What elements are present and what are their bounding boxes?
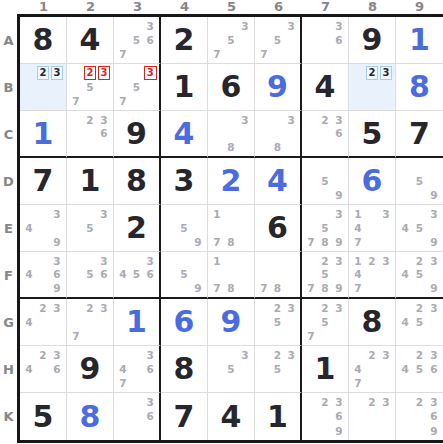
cell-F5[interactable]: 178 [208, 252, 255, 299]
candidate-slot-2 [83, 207, 97, 221]
cell-H8[interactable]: 2347 [349, 346, 396, 393]
given-digit: 1 [80, 166, 101, 196]
solved-digit: 9 [267, 72, 288, 102]
candidate-slot-7 [69, 235, 83, 249]
candidate-slot-8: 8 [318, 235, 332, 249]
cell-A3[interactable]: 3567 [114, 17, 161, 64]
candidate-2: 2 [368, 256, 375, 267]
candidate-3: 3 [288, 115, 295, 126]
candidate-slot-4 [163, 268, 177, 282]
column-label-8: 8 [349, 0, 396, 14]
candidate-slot-9 [332, 140, 346, 154]
candidate-slot-8 [83, 94, 97, 108]
candidates-grid: 1347 [349, 205, 395, 251]
candidate-slot-5 [224, 268, 238, 282]
candidate-9: 9 [430, 426, 437, 437]
candidate-slot-1 [257, 348, 271, 362]
candidate-slot-6: 6 [143, 362, 157, 376]
cell-C5[interactable]: 38 [208, 111, 255, 158]
candidate-slot-5 [365, 80, 379, 94]
cell-H5[interactable]: 35 [208, 346, 255, 393]
candidate-slot-6 [50, 315, 64, 329]
cell-G7[interactable]: 2357 [302, 299, 349, 346]
candidate-9: 9 [53, 283, 60, 294]
row-label-D: D [0, 158, 17, 205]
candidate-slot-6 [379, 80, 393, 94]
cell-H3[interactable]: 3467 [114, 346, 161, 393]
candidate-slot-5: 5 [271, 315, 285, 329]
candidate-5: 5 [416, 317, 423, 328]
candidate-4: 4 [354, 223, 361, 234]
candidate-5: 5 [416, 176, 423, 187]
candidates-grid: 2345 [396, 299, 443, 345]
cell-B2[interactable]: 2357 [67, 64, 114, 111]
candidate-slot-2 [130, 395, 144, 409]
candidate-slot-2 [224, 19, 238, 33]
candidates-grid: 35 [208, 346, 254, 392]
cell-K5[interactable]: 4 [208, 393, 255, 440]
candidate-slot-2 [83, 254, 97, 268]
candidate-slot-6 [238, 127, 252, 141]
cell-B9[interactable]: 8 [396, 64, 443, 111]
cell-B4[interactable]: 1 [161, 64, 208, 111]
cell-D6[interactable]: 4 [255, 158, 302, 205]
cell-F3[interactable]: 3456 [114, 252, 161, 299]
candidate-6: 6 [147, 269, 154, 280]
candidate-slot-5 [36, 362, 50, 376]
candidate-slot-9: 9 [332, 188, 346, 202]
candidate-slot-8 [318, 329, 332, 343]
candidate-8: 8 [321, 237, 328, 248]
candidate-7: 7 [307, 237, 314, 248]
candidate-2: 2 [416, 397, 423, 408]
candidate-slot-4 [257, 33, 271, 47]
candidate-3: 3 [382, 256, 389, 267]
cell-A7[interactable]: 36 [302, 17, 349, 64]
candidate-slot-4: 4 [351, 268, 365, 282]
cell-A1[interactable]: 8 [20, 17, 67, 64]
candidate-slot-4 [210, 221, 224, 235]
candidate-slot-4: 4 [22, 362, 36, 376]
candidate-slot-7: 7 [351, 235, 365, 249]
cell-E6[interactable]: 6 [255, 205, 302, 252]
column-label-6: 6 [255, 0, 302, 14]
candidate-slot-7 [398, 424, 412, 438]
candidates-grid: 236 [302, 111, 348, 156]
candidate-slot-7 [69, 140, 83, 154]
cell-B7[interactable]: 4 [302, 64, 349, 111]
candidate-slot-3: 3 [97, 301, 111, 315]
candidate-slot-3: 3 [50, 348, 64, 362]
cell-G1[interactable]: 234 [20, 299, 67, 346]
candidate-slot-1 [116, 348, 130, 362]
cell-C3[interactable]: 9 [114, 111, 161, 158]
candidate-slot-4 [257, 315, 271, 329]
candidate-3: 3 [288, 303, 295, 314]
candidate-slot-4: 4 [116, 268, 130, 282]
candidate-slot-2: 2 [412, 301, 426, 315]
candidates-grid: 23459 [396, 252, 443, 297]
cell-D1[interactable]: 7 [20, 158, 67, 205]
candidate-5: 5 [180, 269, 187, 280]
given-digit: 2 [126, 213, 147, 243]
candidate-3: 3 [98, 66, 111, 80]
candidate-7: 7 [213, 49, 220, 60]
cell-D7[interactable]: 59 [302, 158, 349, 205]
candidate-slot-6 [50, 80, 64, 94]
cell-B5[interactable]: 6 [208, 64, 255, 111]
cell-E8[interactable]: 1347 [349, 205, 396, 252]
cell-K2[interactable]: 8 [67, 393, 114, 440]
candidate-slot-9 [97, 140, 111, 154]
cell-C1[interactable]: 1 [20, 111, 67, 158]
solved-digit: 6 [362, 166, 383, 196]
candidate-slot-9: 9 [191, 281, 205, 295]
cell-A5[interactable]: 357 [208, 17, 255, 64]
cell-G6[interactable]: 235 [255, 299, 302, 346]
candidate-2: 2 [86, 115, 93, 126]
candidates-grid: 3469 [20, 252, 66, 297]
cell-D9[interactable]: 59 [396, 158, 443, 205]
candidate-slot-2 [130, 348, 144, 362]
candidate-slot-4 [398, 409, 412, 423]
candidate-4: 4 [25, 317, 32, 328]
candidate-slot-8 [36, 94, 50, 108]
cell-D8[interactable]: 6 [349, 158, 396, 205]
candidates-grid: 35 [67, 205, 113, 251]
cell-C8[interactable]: 5 [349, 111, 396, 158]
candidate-slot-8 [130, 281, 144, 295]
candidate-slot-3: 3 [238, 113, 252, 127]
candidate-slot-2 [365, 207, 379, 221]
candidate-slot-5 [130, 362, 144, 376]
candidate-slot-7 [257, 140, 271, 154]
candidates-grid: 23 [349, 393, 395, 440]
cell-H4[interactable]: 8 [161, 346, 208, 393]
candidate-slot-4 [257, 362, 271, 376]
candidate-slot-1 [304, 19, 318, 33]
cell-C6[interactable]: 38 [255, 111, 302, 158]
candidate-slot-5: 5 [412, 174, 426, 188]
cell-C7[interactable]: 236 [302, 111, 349, 158]
candidate-slot-5: 5 [177, 268, 191, 282]
candidate-slot-3 [284, 254, 298, 268]
candidate-slot-3: 3 [427, 395, 441, 409]
candidate-slot-6: 6 [50, 362, 64, 376]
candidate-slot-8 [365, 281, 379, 295]
candidate-slot-8 [365, 235, 379, 249]
cell-G5[interactable]: 9 [208, 299, 255, 346]
cell-E9[interactable]: 3459 [396, 205, 443, 252]
cell-H1[interactable]: 2346 [20, 346, 67, 393]
candidates-grid: 59 [161, 252, 207, 297]
candidate-slot-9 [379, 94, 393, 108]
candidate-slot-1 [257, 301, 271, 315]
candidate-slot-7 [398, 329, 412, 343]
candidate-slot-9 [379, 235, 393, 249]
candidate-slot-4 [69, 315, 83, 329]
cell-F2[interactable]: 356 [67, 252, 114, 299]
candidates-grid: 234 [20, 299, 66, 345]
candidate-slot-2: 2 [412, 254, 426, 268]
candidate-slot-2 [271, 19, 285, 33]
candidate-slot-2 [318, 207, 332, 221]
candidate-slot-8 [412, 188, 426, 202]
cell-A8[interactable]: 9 [349, 17, 396, 64]
cell-H7[interactable]: 1 [302, 346, 349, 393]
candidate-slot-2 [224, 254, 238, 268]
candidate-6: 6 [147, 411, 154, 422]
candidates-grid: 23 [349, 64, 395, 110]
cell-K9[interactable]: 2369 [396, 393, 443, 440]
candidates-grid: 178 [208, 205, 254, 251]
candidate-slot-3: 3 [50, 207, 64, 221]
candidate-slot-5: 5 [83, 268, 97, 282]
cell-A4[interactable]: 2 [161, 17, 208, 64]
candidates-grid: 23456 [396, 346, 443, 392]
solved-digit: 2 [221, 166, 242, 196]
column-label-3: 3 [114, 0, 161, 14]
candidate-slot-8 [412, 235, 426, 249]
given-digit: 4 [315, 72, 336, 102]
candidate-8: 8 [227, 283, 234, 294]
cell-F7[interactable]: 235789 [302, 252, 349, 299]
cell-A2[interactable]: 4 [67, 17, 114, 64]
cell-F8[interactable]: 12347 [349, 252, 396, 299]
candidate-slot-3: 3 [97, 207, 111, 221]
candidate-slot-9 [284, 281, 298, 295]
candidate-slot-5: 5 [318, 268, 332, 282]
candidate-slot-6 [238, 362, 252, 376]
given-digit: 1 [174, 72, 195, 102]
given-digit: 6 [221, 72, 242, 102]
cell-D5[interactable]: 2 [208, 158, 255, 205]
candidate-slot-8 [36, 235, 50, 249]
candidate-slot-5 [224, 221, 238, 235]
cell-B6[interactable]: 9 [255, 64, 302, 111]
candidate-slot-1 [69, 66, 83, 80]
candidate-5: 5 [86, 223, 93, 234]
candidate-slot-4 [116, 409, 130, 423]
cell-C4[interactable]: 4 [161, 111, 208, 158]
cell-G4[interactable]: 6 [161, 299, 208, 346]
given-digit: 1 [315, 354, 336, 384]
candidate-3: 3 [382, 350, 389, 361]
candidate-slot-2 [130, 254, 144, 268]
candidate-7: 7 [354, 378, 361, 389]
candidates-grid: 357 [208, 17, 254, 63]
candidate-slot-3 [191, 207, 205, 221]
cell-H6[interactable]: 235 [255, 346, 302, 393]
candidate-slot-8 [36, 376, 50, 390]
cell-K3[interactable]: 36 [114, 393, 161, 440]
candidate-6: 6 [430, 411, 437, 422]
candidate-slot-9 [284, 140, 298, 154]
cell-E2[interactable]: 35 [67, 205, 114, 252]
candidates-grid: 36 [302, 17, 348, 63]
candidate-slot-4 [116, 33, 130, 47]
given-digit: 7 [174, 402, 195, 432]
candidate-slot-1 [210, 113, 224, 127]
cell-C2[interactable]: 236 [67, 111, 114, 158]
candidate-slot-4: 4 [22, 315, 36, 329]
cell-B1[interactable]: 23 [20, 64, 67, 111]
candidate-slot-4 [69, 221, 83, 235]
candidate-slot-3: 3 [284, 348, 298, 362]
cell-K8[interactable]: 23 [349, 393, 396, 440]
candidate-slot-7 [304, 424, 318, 438]
cell-F4[interactable]: 59 [161, 252, 208, 299]
candidate-3: 3 [288, 21, 295, 32]
cell-B8[interactable]: 23 [349, 64, 396, 111]
candidate-slot-2: 2 [83, 66, 97, 80]
candidate-slot-5: 5 [130, 80, 144, 94]
candidate-5: 5 [133, 82, 140, 93]
cell-B3[interactable]: 357 [114, 64, 161, 111]
candidate-slot-4 [210, 362, 224, 376]
candidate-slot-3 [238, 254, 252, 268]
cell-F6[interactable]: 78 [255, 252, 302, 299]
candidate-slot-9 [97, 281, 111, 295]
candidates-grid: 3567 [114, 17, 159, 63]
candidate-4: 4 [402, 269, 409, 280]
candidate-slot-1 [304, 113, 318, 127]
candidate-slot-2 [318, 19, 332, 33]
candidate-slot-3: 3 [379, 348, 393, 362]
candidate-slot-1 [351, 66, 365, 80]
cell-A9[interactable]: 1 [396, 17, 443, 64]
candidate-slot-2: 2 [36, 301, 50, 315]
cell-G2[interactable]: 237 [67, 299, 114, 346]
candidate-slot-7 [163, 235, 177, 249]
given-digit: 9 [126, 119, 147, 149]
candidate-slot-4 [351, 409, 365, 423]
cell-K7[interactable]: 2369 [302, 393, 349, 440]
candidate-slot-7: 7 [210, 281, 224, 295]
cell-D3[interactable]: 8 [114, 158, 161, 205]
cell-E4[interactable]: 59 [161, 205, 208, 252]
cell-G3[interactable]: 1 [114, 299, 161, 346]
cell-D2[interactable]: 1 [67, 158, 114, 205]
candidate-slot-1 [398, 301, 412, 315]
candidate-slot-8 [130, 94, 144, 108]
given-digit: 7 [33, 166, 54, 196]
candidate-slot-6 [332, 315, 346, 329]
candidate-3: 3 [335, 209, 342, 220]
candidate-slot-7: 7 [304, 235, 318, 249]
candidate-7: 7 [307, 283, 314, 294]
candidate-7: 7 [354, 283, 361, 294]
candidate-6: 6 [335, 35, 342, 46]
candidate-slot-8: 8 [318, 281, 332, 295]
candidates-grid: 3456 [114, 252, 159, 297]
cell-F9[interactable]: 23459 [396, 252, 443, 299]
cell-H9[interactable]: 23456 [396, 346, 443, 393]
cell-G9[interactable]: 2345 [396, 299, 443, 346]
candidate-slot-7 [210, 376, 224, 390]
candidate-slot-9 [238, 140, 252, 154]
candidate-slot-9 [284, 329, 298, 343]
candidate-3: 3 [147, 21, 154, 32]
candidate-1: 1 [354, 256, 361, 267]
candidate-slot-3: 3 [427, 301, 441, 315]
candidate-slot-6 [427, 315, 441, 329]
candidate-slot-9 [284, 376, 298, 390]
candidate-slot-7 [257, 329, 271, 343]
candidate-slot-7 [163, 281, 177, 295]
candidate-7: 7 [119, 49, 126, 60]
candidate-slot-8 [365, 94, 379, 108]
candidate-slot-6 [97, 221, 111, 235]
candidate-slot-5 [318, 409, 332, 423]
candidate-slot-3: 3 [379, 395, 393, 409]
candidate-slot-1: 1 [210, 254, 224, 268]
candidate-slot-3: 3 [379, 254, 393, 268]
cell-G8[interactable]: 8 [349, 299, 396, 346]
candidate-slot-4 [22, 80, 36, 94]
candidate-6: 6 [335, 411, 342, 422]
cell-E3[interactable]: 2 [114, 205, 161, 252]
candidate-slot-2: 2 [83, 113, 97, 127]
cell-K6[interactable]: 1 [255, 393, 302, 440]
cell-K1[interactable]: 5 [20, 393, 67, 440]
cell-E5[interactable]: 178 [208, 205, 255, 252]
candidate-6: 6 [100, 269, 107, 280]
cell-E7[interactable]: 35789 [302, 205, 349, 252]
cell-D4[interactable]: 3 [161, 158, 208, 205]
candidate-slot-1 [22, 301, 36, 315]
candidate-slot-1 [22, 66, 36, 80]
given-digit: 8 [362, 307, 383, 337]
candidate-3: 3 [53, 209, 60, 220]
candidate-slot-1 [22, 207, 36, 221]
candidate-8: 8 [227, 237, 234, 248]
cell-C9[interactable]: 7 [396, 111, 443, 158]
candidates-grid: 2346 [20, 346, 66, 392]
cell-F1[interactable]: 3469 [20, 252, 67, 299]
cell-K4[interactable]: 7 [161, 393, 208, 440]
cell-E1[interactable]: 349 [20, 205, 67, 252]
candidate-slot-4 [304, 127, 318, 141]
candidate-5: 5 [321, 176, 328, 187]
candidate-slot-6: 6 [332, 127, 346, 141]
column-labels: 123456789 [20, 0, 443, 14]
candidate-slot-2: 2 [365, 254, 379, 268]
candidate-slot-9 [238, 47, 252, 61]
candidate-slot-4 [163, 221, 177, 235]
candidate-slot-1 [304, 301, 318, 315]
candidate-slot-7: 7 [116, 94, 130, 108]
candidate-2: 2 [86, 303, 93, 314]
candidate-slot-9 [238, 235, 252, 249]
candidate-slot-9 [379, 424, 393, 438]
candidates-grid: 349 [20, 205, 66, 251]
candidate-slot-2 [224, 348, 238, 362]
candidate-6: 6 [147, 364, 154, 375]
candidate-slot-4 [351, 80, 365, 94]
candidate-slot-4 [69, 80, 83, 94]
cell-H2[interactable]: 9 [67, 346, 114, 393]
cell-A6[interactable]: 357 [255, 17, 302, 64]
candidate-slot-1 [22, 348, 36, 362]
candidate-slot-3: 3 [332, 207, 346, 221]
candidate-slot-2: 2 [318, 395, 332, 409]
candidate-slot-8 [271, 329, 285, 343]
column-label-7: 7 [302, 0, 349, 14]
candidate-slot-9: 9 [191, 235, 205, 249]
candidate-1: 1 [213, 209, 220, 220]
candidate-slot-5: 5 [224, 362, 238, 376]
